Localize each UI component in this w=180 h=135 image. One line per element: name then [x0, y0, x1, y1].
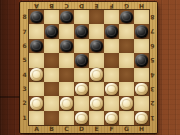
square-g5[interactable] — [119, 53, 134, 67]
file-top-label-g: G — [119, 2, 134, 10]
file-bottom-label-b: B — [44, 125, 59, 133]
square-d1[interactable] — [74, 111, 89, 125]
square-h2[interactable] — [134, 96, 149, 110]
black-piece-h5[interactable] — [135, 54, 148, 67]
square-c7[interactable] — [59, 24, 74, 38]
checkers-board: ABCDEFGH ABCDEFGH 87654321 87654321 — [20, 2, 157, 133]
black-piece-e6[interactable] — [90, 40, 103, 53]
white-piece-f3[interactable] — [105, 83, 118, 96]
white-piece-h1[interactable] — [135, 112, 148, 125]
square-h5[interactable] — [134, 53, 149, 67]
file-labels-bottom: ABCDEFGH — [29, 125, 149, 133]
square-b4[interactable] — [44, 68, 59, 82]
rank-right-label-6: 6 — [148, 39, 157, 53]
square-h4[interactable] — [134, 68, 149, 82]
square-e7[interactable] — [89, 24, 104, 38]
file-bottom-label-g: G — [119, 125, 134, 133]
white-piece-d3[interactable] — [75, 83, 88, 96]
square-g8[interactable] — [119, 10, 134, 24]
black-piece-b7[interactable] — [45, 25, 58, 38]
square-c8[interactable] — [59, 10, 74, 24]
square-f2[interactable] — [104, 96, 119, 110]
square-c3[interactable] — [59, 82, 74, 96]
file-bottom-label-f: F — [104, 125, 119, 133]
file-top-label-f: F — [104, 2, 119, 10]
square-f4[interactable] — [104, 68, 119, 82]
file-top-label-c: C — [59, 2, 74, 10]
square-a1[interactable] — [29, 111, 44, 125]
black-piece-a6[interactable] — [30, 40, 43, 53]
square-f6[interactable] — [104, 39, 119, 53]
rank-left-label-3: 3 — [20, 82, 29, 96]
black-piece-a8[interactable] — [30, 11, 43, 24]
square-g6[interactable] — [119, 39, 134, 53]
white-piece-a4[interactable] — [30, 68, 43, 81]
square-b3[interactable] — [44, 82, 59, 96]
square-c1[interactable] — [59, 111, 74, 125]
black-piece-d5[interactable] — [75, 54, 88, 67]
white-piece-f1[interactable] — [105, 112, 118, 125]
rank-left-label-8: 8 — [20, 10, 29, 24]
square-d8[interactable] — [74, 10, 89, 24]
rank-left-label-7: 7 — [20, 24, 29, 38]
square-c4[interactable] — [59, 68, 74, 82]
square-b7[interactable] — [44, 24, 59, 38]
rank-labels-right: 87654321 — [148, 10, 157, 125]
square-g4[interactable] — [119, 68, 134, 82]
square-d6[interactable] — [74, 39, 89, 53]
rank-right-label-3: 3 — [148, 82, 157, 96]
square-b8[interactable] — [44, 10, 59, 24]
rank-left-label-5: 5 — [20, 53, 29, 67]
square-e1[interactable] — [89, 111, 104, 125]
square-e6[interactable] — [89, 39, 104, 53]
square-d4[interactable] — [74, 68, 89, 82]
rank-left-label-1: 1 — [20, 111, 29, 125]
rank-left-label-6: 6 — [20, 39, 29, 53]
square-a5[interactable] — [29, 53, 44, 67]
file-bottom-label-e: E — [89, 125, 104, 133]
square-g1[interactable] — [119, 111, 134, 125]
square-a6[interactable] — [29, 39, 44, 53]
black-piece-h7[interactable] — [135, 25, 148, 38]
square-f1[interactable] — [104, 111, 119, 125]
rank-left-label-4: 4 — [20, 68, 29, 82]
board-grid — [29, 10, 149, 125]
black-piece-c8[interactable] — [60, 11, 73, 24]
rank-right-label-2: 2 — [148, 96, 157, 110]
white-piece-d1[interactable] — [75, 112, 88, 125]
square-g2[interactable] — [119, 96, 134, 110]
game-screen: ABCDEFGH ABCDEFGH 87654321 87654321 — [0, 0, 180, 135]
file-bottom-label-c: C — [59, 125, 74, 133]
square-e8[interactable] — [89, 10, 104, 24]
square-d7[interactable] — [74, 24, 89, 38]
white-piece-c2[interactable] — [60, 97, 73, 110]
square-b2[interactable] — [44, 96, 59, 110]
file-bottom-label-d: D — [74, 125, 89, 133]
black-piece-f7[interactable] — [105, 25, 118, 38]
square-d2[interactable] — [74, 96, 89, 110]
square-g3[interactable] — [119, 82, 134, 96]
black-piece-g8[interactable] — [120, 11, 133, 24]
file-bottom-label-a: A — [29, 125, 44, 133]
rank-right-label-1: 1 — [148, 111, 157, 125]
square-a8[interactable] — [29, 10, 44, 24]
square-h6[interactable] — [134, 39, 149, 53]
file-top-label-d: D — [74, 2, 89, 10]
white-piece-e4[interactable] — [90, 68, 103, 81]
square-a4[interactable] — [29, 68, 44, 82]
square-b6[interactable] — [44, 39, 59, 53]
square-e3[interactable] — [89, 82, 104, 96]
square-c6[interactable] — [59, 39, 74, 53]
rank-right-label-7: 7 — [148, 24, 157, 38]
square-b5[interactable] — [44, 53, 59, 67]
square-b1[interactable] — [44, 111, 59, 125]
file-bottom-label-h: H — [134, 125, 149, 133]
square-h8[interactable] — [134, 10, 149, 24]
square-d5[interactable] — [74, 53, 89, 67]
file-top-label-a: A — [29, 2, 44, 10]
rank-labels-left: 87654321 — [20, 10, 29, 125]
square-f3[interactable] — [104, 82, 119, 96]
white-piece-h3[interactable] — [135, 83, 148, 96]
square-g7[interactable] — [119, 24, 134, 38]
square-a3[interactable] — [29, 82, 44, 96]
square-h7[interactable] — [134, 24, 149, 38]
file-top-label-h: H — [134, 2, 149, 10]
square-a7[interactable] — [29, 24, 44, 38]
white-piece-e2[interactable] — [90, 97, 103, 110]
square-h1[interactable] — [134, 111, 149, 125]
black-piece-d7[interactable] — [75, 25, 88, 38]
rank-right-label-4: 4 — [148, 68, 157, 82]
square-c5[interactable] — [59, 53, 74, 67]
file-top-label-b: B — [44, 2, 59, 10]
white-piece-g2[interactable] — [120, 97, 133, 110]
square-c2[interactable] — [59, 96, 74, 110]
file-top-label-e: E — [89, 2, 104, 10]
rank-right-label-8: 8 — [148, 10, 157, 24]
file-labels-top: ABCDEFGH — [29, 2, 149, 10]
white-piece-a2[interactable] — [30, 97, 43, 110]
square-e5[interactable] — [89, 53, 104, 67]
square-e2[interactable] — [89, 96, 104, 110]
rank-right-label-5: 5 — [148, 53, 157, 67]
square-f8[interactable] — [104, 10, 119, 24]
square-a2[interactable] — [29, 96, 44, 110]
square-h3[interactable] — [134, 82, 149, 96]
black-piece-c6[interactable] — [60, 40, 73, 53]
square-d3[interactable] — [74, 82, 89, 96]
rank-left-label-2: 2 — [20, 96, 29, 110]
square-f5[interactable] — [104, 53, 119, 67]
square-e4[interactable] — [89, 68, 104, 82]
square-f7[interactable] — [104, 24, 119, 38]
table-wood-seam — [0, 96, 20, 98]
